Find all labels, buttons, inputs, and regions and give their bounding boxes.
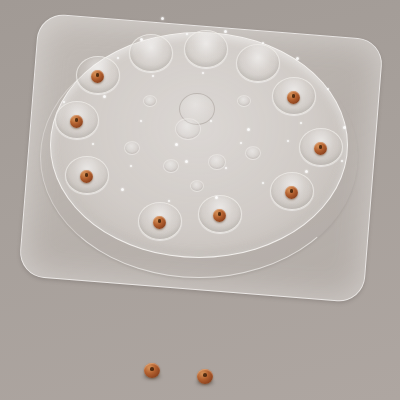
well-2-clock-12[interactable] xyxy=(184,30,228,68)
bead-in-well-5[interactable] xyxy=(314,142,327,155)
photo-scene xyxy=(0,0,400,400)
dimple-2 xyxy=(163,159,179,173)
bead-hole xyxy=(150,367,155,371)
glint xyxy=(161,17,164,20)
dimple-3 xyxy=(208,154,226,170)
bead-in-well-8[interactable] xyxy=(153,216,166,229)
glint xyxy=(140,38,143,41)
glint xyxy=(240,142,242,144)
glint xyxy=(175,143,178,146)
glint xyxy=(247,128,250,131)
bead-in-well-7[interactable] xyxy=(213,209,226,222)
loose-bead-2[interactable] xyxy=(197,369,213,384)
bead-hole xyxy=(203,373,208,377)
well-3-clock-1[interactable] xyxy=(236,44,280,82)
bead-in-well-11[interactable] xyxy=(91,70,104,83)
glint xyxy=(287,140,289,142)
dimple-5 xyxy=(143,95,157,107)
bead-in-well-4[interactable] xyxy=(287,91,300,104)
glint xyxy=(202,72,204,74)
glint xyxy=(262,182,264,184)
glint xyxy=(185,160,188,163)
dimple-7 xyxy=(175,118,201,140)
glint xyxy=(300,122,302,124)
glint xyxy=(186,33,188,35)
glint xyxy=(152,75,154,77)
glint xyxy=(327,88,329,90)
glint xyxy=(140,120,142,122)
well-1-clock-11[interactable] xyxy=(129,34,173,72)
glint xyxy=(210,120,212,122)
glint xyxy=(296,57,299,60)
glint xyxy=(343,126,346,129)
glint xyxy=(225,167,227,169)
dimple-6 xyxy=(237,95,251,107)
bead-in-well-10[interactable] xyxy=(70,115,83,128)
glint xyxy=(224,30,227,33)
glint xyxy=(262,42,264,44)
glint xyxy=(92,143,94,145)
bead-hole xyxy=(158,219,162,222)
bead-hole xyxy=(290,189,294,192)
bead-in-well-9[interactable] xyxy=(80,170,93,183)
glint xyxy=(103,95,106,98)
bead-in-well-6[interactable] xyxy=(285,186,298,199)
glint xyxy=(63,101,65,103)
bead-hole xyxy=(319,145,323,148)
dimple-4 xyxy=(245,146,261,160)
glint xyxy=(305,170,308,173)
glint xyxy=(168,200,170,202)
bead-hole xyxy=(85,173,89,176)
glint xyxy=(215,196,218,199)
glint xyxy=(341,160,343,162)
bead-hole xyxy=(218,212,222,215)
glint xyxy=(117,57,119,59)
dimple-8 xyxy=(190,180,204,192)
bead-hole xyxy=(96,73,100,76)
bead-hole xyxy=(292,94,296,97)
glint xyxy=(121,188,124,191)
glint xyxy=(130,165,132,167)
bead-hole xyxy=(75,118,79,121)
loose-bead-1[interactable] xyxy=(144,363,160,378)
dimple-1 xyxy=(124,141,140,155)
